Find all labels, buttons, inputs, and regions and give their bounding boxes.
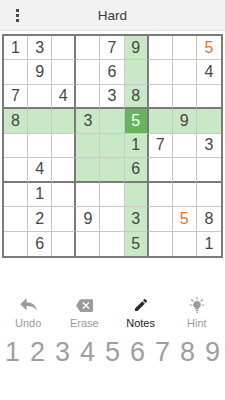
cell-r3c3[interactable]: 4 — [52, 85, 76, 109]
cell-r8c3[interactable] — [52, 207, 76, 231]
controls-toolbar: Undo Erase Notes — [0, 296, 225, 329]
cell-r3c8[interactable] — [173, 85, 197, 109]
cell-r9c7[interactable] — [149, 232, 173, 256]
cell-r6c8[interactable] — [173, 158, 197, 182]
cell-r2c4[interactable] — [76, 60, 100, 84]
cell-r8c8[interactable]: 5 — [173, 207, 197, 231]
undo-arrow-icon — [19, 296, 38, 314]
cell-r7c1[interactable] — [4, 183, 28, 207]
cell-r2c8[interactable] — [173, 60, 197, 84]
cell-r5c3[interactable] — [52, 134, 76, 158]
menu-button[interactable] — [8, 0, 26, 30]
cell-r5c5[interactable] — [100, 134, 124, 158]
cell-r8c5[interactable] — [100, 207, 124, 231]
cell-r1c7[interactable] — [149, 36, 173, 60]
cell-r2c7[interactable] — [149, 60, 173, 84]
cell-r5c4[interactable] — [76, 134, 100, 158]
cell-r1c3[interactable] — [52, 36, 76, 60]
number-pad: 123456789 — [0, 337, 225, 367]
cell-r4c1[interactable]: 8 — [4, 109, 28, 133]
cell-r4c4[interactable]: 3 — [76, 109, 100, 133]
cell-r4c3[interactable] — [52, 109, 76, 133]
cell-r9c3[interactable] — [52, 232, 76, 256]
cell-r3c6[interactable]: 8 — [125, 85, 149, 109]
erase-label: Erase — [70, 317, 99, 329]
cell-r7c9[interactable] — [197, 183, 221, 207]
cell-r8c4[interactable]: 9 — [76, 207, 100, 231]
cell-r6c4[interactable] — [76, 158, 100, 182]
cell-r3c4[interactable] — [76, 85, 100, 109]
cell-r3c2[interactable] — [28, 85, 52, 109]
cell-r4c5[interactable] — [100, 109, 124, 133]
cell-r9c4[interactable] — [76, 232, 100, 256]
cell-r6c3[interactable] — [52, 158, 76, 182]
cell-r6c5[interactable] — [100, 158, 124, 182]
cell-r4c8[interactable]: 9 — [173, 109, 197, 133]
cell-r8c7[interactable] — [149, 207, 173, 231]
cell-r9c1[interactable] — [4, 232, 28, 256]
numpad-5[interactable]: 5 — [100, 337, 125, 367]
numpad-8[interactable]: 8 — [175, 337, 200, 367]
numpad-2[interactable]: 2 — [25, 337, 50, 367]
cell-r1c5[interactable]: 7 — [100, 36, 124, 60]
sudoku-board: 137959647438835917346129358651 — [2, 34, 223, 258]
cell-r2c1[interactable] — [4, 60, 28, 84]
cell-r2c2[interactable]: 9 — [28, 60, 52, 84]
numpad-7[interactable]: 7 — [150, 337, 175, 367]
cell-r7c8[interactable] — [173, 183, 197, 207]
undo-label: Undo — [15, 317, 41, 329]
cell-r6c6[interactable]: 6 — [125, 158, 149, 182]
cell-r5c6[interactable]: 1 — [125, 134, 149, 158]
erase-button[interactable]: Erase — [56, 296, 112, 329]
cell-r3c9[interactable] — [197, 85, 221, 109]
hint-button[interactable]: Hint — [169, 296, 225, 329]
cell-r5c7[interactable]: 7 — [149, 134, 173, 158]
cell-r5c9[interactable]: 3 — [197, 134, 221, 158]
cell-r4c6[interactable]: 5 — [125, 109, 149, 133]
cell-r1c9[interactable]: 5 — [197, 36, 221, 60]
cell-r3c5[interactable]: 3 — [100, 85, 124, 109]
numpad-4[interactable]: 4 — [75, 337, 100, 367]
cell-r8c6[interactable]: 3 — [125, 207, 149, 231]
cell-r6c9[interactable] — [197, 158, 221, 182]
cell-r2c3[interactable] — [52, 60, 76, 84]
cell-r7c2[interactable]: 1 — [28, 183, 52, 207]
vertical-dots-icon — [16, 9, 19, 22]
notes-button[interactable]: Notes — [113, 296, 169, 329]
cell-r7c7[interactable] — [149, 183, 173, 207]
backspace-icon — [76, 296, 93, 314]
lightbulb-icon — [188, 296, 206, 314]
cell-r1c2[interactable]: 3 — [28, 36, 52, 60]
cell-r4c2[interactable] — [28, 109, 52, 133]
cell-r8c1[interactable] — [4, 207, 28, 231]
cell-r9c5[interactable] — [100, 232, 124, 256]
cell-r9c8[interactable] — [173, 232, 197, 256]
cell-r6c2[interactable]: 4 — [28, 158, 52, 182]
cell-r7c4[interactable] — [76, 183, 100, 207]
cell-r2c9[interactable]: 4 — [197, 60, 221, 84]
page-title: Hard — [0, 8, 225, 23]
cell-r6c7[interactable] — [149, 158, 173, 182]
cell-r5c8[interactable] — [173, 134, 197, 158]
numpad-1[interactable]: 1 — [0, 337, 25, 367]
cell-r4c7[interactable] — [149, 109, 173, 133]
cell-r1c1[interactable]: 1 — [4, 36, 28, 60]
hint-label: Hint — [187, 317, 207, 329]
notes-label: Notes — [126, 317, 155, 329]
cell-r6c1[interactable] — [4, 158, 28, 182]
pencil-icon — [133, 296, 149, 314]
cell-r3c1[interactable]: 7 — [4, 85, 28, 109]
cell-r5c1[interactable] — [4, 134, 28, 158]
cell-r3c7[interactable] — [149, 85, 173, 109]
cell-r1c6[interactable]: 9 — [125, 36, 149, 60]
cell-r8c2[interactable]: 2 — [28, 207, 52, 231]
cell-r7c6[interactable] — [125, 183, 149, 207]
numpad-6[interactable]: 6 — [125, 337, 150, 367]
cell-r9c2[interactable]: 6 — [28, 232, 52, 256]
numpad-3[interactable]: 3 — [50, 337, 75, 367]
cell-r8c9[interactable]: 8 — [197, 207, 221, 231]
undo-button[interactable]: Undo — [0, 296, 56, 329]
cell-r1c8[interactable] — [173, 36, 197, 60]
cell-r9c9[interactable]: 1 — [197, 232, 221, 256]
app-header: Hard — [0, 0, 225, 31]
cell-r5c2[interactable] — [28, 134, 52, 158]
cell-r2c6[interactable] — [125, 60, 149, 84]
cell-r2c5[interactable]: 6 — [100, 60, 124, 84]
cell-r7c3[interactable] — [52, 183, 76, 207]
numpad-9[interactable]: 9 — [200, 337, 225, 367]
cell-r4c9[interactable] — [197, 109, 221, 133]
cell-r9c6[interactable]: 5 — [125, 232, 149, 256]
cell-r1c4[interactable] — [76, 36, 100, 60]
cell-r7c5[interactable] — [100, 183, 124, 207]
